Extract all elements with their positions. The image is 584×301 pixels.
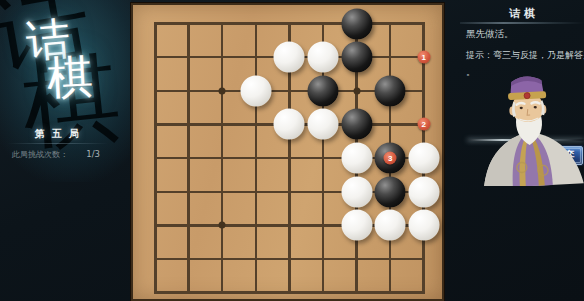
challenge-count-row: 此局挑战次数： 1/3: [12, 149, 100, 160]
star-point: [353, 87, 360, 94]
go-board[interactable]: 123: [131, 3, 444, 301]
black-stone: [341, 8, 372, 39]
left-panel: 诘 棋 诘 棋 第五局 此局挑战次数： 1/3: [0, 0, 131, 301]
white-stone: [308, 109, 339, 140]
npc-portrait: [478, 71, 584, 186]
white-stone: [308, 42, 339, 73]
challenge-count-value: 1/3: [86, 149, 100, 159]
white-stone: [408, 176, 439, 207]
go-puzzle-screen: 诘 棋 诘 棋 第五局 此局挑战次数： 1/3 123 诘棋 黑先做活。 提示：…: [0, 0, 584, 301]
white-stone: [408, 210, 439, 241]
challenge-count-label: 此局挑战次数：: [12, 149, 68, 160]
white-stone: [274, 109, 305, 140]
right-panel: 诘棋 黑先做活。 提示：弯三与反提，乃是解答关键 。 放弃对弈: [445, 0, 584, 301]
hint-text: 提示：弯三与反提，乃是解答关键: [466, 49, 584, 62]
star-point: [219, 222, 226, 229]
round-label: 第五局: [0, 127, 114, 141]
move-marker-1: 1: [417, 51, 430, 64]
move-marker-2: 2: [417, 118, 430, 131]
grid-line-horizontal: [154, 258, 426, 260]
left-panel-divider: [8, 143, 108, 144]
black-stone: [375, 176, 406, 207]
move-marker-3: 3: [384, 152, 397, 165]
black-stone: [375, 75, 406, 106]
black-stone: [341, 42, 372, 73]
hint-text-continuation: 。: [466, 66, 475, 79]
black-stone: [308, 75, 339, 106]
calligraphy-title-char: 棋: [46, 53, 94, 101]
grid-line-horizontal: [154, 291, 426, 294]
white-stone: [375, 210, 406, 241]
white-stone: [240, 75, 271, 106]
npc-body: [478, 74, 584, 186]
white-stone: [274, 42, 305, 73]
white-stone: [408, 143, 439, 174]
objective-text: 黑先做活。: [466, 28, 514, 41]
white-stone: [341, 210, 372, 241]
hat-gem: [524, 92, 530, 98]
white-stone: [341, 176, 372, 207]
title-divider: [460, 22, 584, 24]
star-point: [219, 87, 226, 94]
puzzle-title: 诘棋: [460, 6, 584, 21]
black-stone: [341, 109, 372, 140]
white-stone: [341, 143, 372, 174]
